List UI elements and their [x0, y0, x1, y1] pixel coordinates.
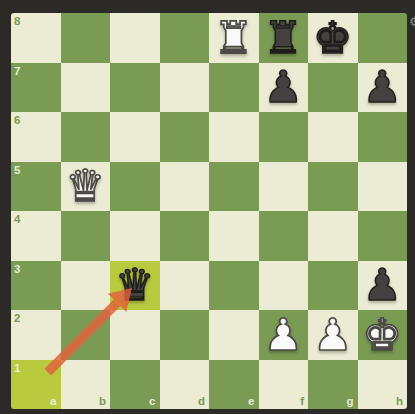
square-e6[interactable]: [209, 112, 259, 162]
piece-bK-g8[interactable]: ♚: [308, 13, 358, 63]
square-f1[interactable]: f: [259, 360, 309, 410]
square-f6[interactable]: [259, 112, 309, 162]
square-c6[interactable]: [110, 112, 160, 162]
piece-bP-h7[interactable]: ♟: [358, 63, 408, 113]
square-c8[interactable]: [110, 13, 160, 63]
file-label-f: f: [300, 396, 304, 408]
piece-bR-f8[interactable]: ♜: [259, 13, 309, 63]
square-c5[interactable]: [110, 162, 160, 212]
piece-bQ-c3[interactable]: ♛: [110, 261, 160, 311]
square-g7[interactable]: [308, 63, 358, 113]
square-h6[interactable]: [358, 112, 408, 162]
rank-label-1: 1: [14, 363, 20, 375]
square-e7[interactable]: [209, 63, 259, 113]
square-a7[interactable]: 7: [11, 63, 61, 113]
square-a6[interactable]: 6: [11, 112, 61, 162]
file-label-c: c: [149, 396, 155, 408]
square-d6[interactable]: [160, 112, 210, 162]
square-d8[interactable]: [160, 13, 210, 63]
rank-label-5: 5: [14, 165, 20, 177]
square-d1[interactable]: d: [160, 360, 210, 410]
square-a2[interactable]: 2: [11, 310, 61, 360]
piece-bP-f7[interactable]: ♟: [259, 63, 309, 113]
square-b2[interactable]: [61, 310, 111, 360]
piece-wQ-b5[interactable]: ♛: [61, 162, 111, 212]
rank-label-8: 8: [14, 16, 20, 28]
rank-label-4: 4: [14, 214, 20, 226]
piece-wP-f2[interactable]: ♟: [259, 310, 309, 360]
square-a1[interactable]: 1a: [11, 360, 61, 410]
settings-icon[interactable]: ⚙: [409, 14, 415, 29]
square-a3[interactable]: 3: [11, 261, 61, 311]
square-a5[interactable]: 5: [11, 162, 61, 212]
square-b4[interactable]: [61, 211, 111, 261]
rank-label-3: 3: [14, 264, 20, 276]
square-g6[interactable]: [308, 112, 358, 162]
square-d2[interactable]: [160, 310, 210, 360]
square-b7[interactable]: [61, 63, 111, 113]
square-e3[interactable]: [209, 261, 259, 311]
square-g4[interactable]: [308, 211, 358, 261]
file-label-e: e: [248, 396, 254, 408]
square-g3[interactable]: [308, 261, 358, 311]
piece-wP-g2[interactable]: ♟: [308, 310, 358, 360]
square-b3[interactable]: [61, 261, 111, 311]
piece-bP-h3[interactable]: ♟: [358, 261, 408, 311]
square-e4[interactable]: [209, 211, 259, 261]
square-b8[interactable]: [61, 13, 111, 63]
file-label-b: b: [99, 396, 106, 408]
square-d3[interactable]: [160, 261, 210, 311]
file-label-a: a: [50, 396, 56, 408]
square-a4[interactable]: 4: [11, 211, 61, 261]
square-h8[interactable]: [358, 13, 408, 63]
square-h5[interactable]: [358, 162, 408, 212]
piece-wK-h2[interactable]: ♚: [358, 310, 408, 360]
square-e1[interactable]: e: [209, 360, 259, 410]
square-d4[interactable]: [160, 211, 210, 261]
square-c7[interactable]: [110, 63, 160, 113]
square-c2[interactable]: [110, 310, 160, 360]
rank-label-6: 6: [14, 115, 20, 127]
rank-label-2: 2: [14, 313, 20, 325]
rank-label-7: 7: [14, 66, 20, 78]
square-c4[interactable]: [110, 211, 160, 261]
square-f3[interactable]: [259, 261, 309, 311]
square-e5[interactable]: [209, 162, 259, 212]
square-a8[interactable]: 8: [11, 13, 61, 63]
file-label-d: d: [198, 396, 205, 408]
square-b6[interactable]: [61, 112, 111, 162]
square-e2[interactable]: [209, 310, 259, 360]
file-label-g: g: [346, 396, 353, 408]
square-b1[interactable]: b: [61, 360, 111, 410]
board-frame: 87654321abcdefgh ♜♜♚♟♟♛♛♟♟♟♚ ⚙: [0, 0, 415, 414]
file-label-h: h: [396, 396, 403, 408]
square-d7[interactable]: [160, 63, 210, 113]
square-g5[interactable]: [308, 162, 358, 212]
square-h4[interactable]: [358, 211, 408, 261]
square-f5[interactable]: [259, 162, 309, 212]
square-f4[interactable]: [259, 211, 309, 261]
square-c1[interactable]: c: [110, 360, 160, 410]
square-h1[interactable]: h: [358, 360, 408, 410]
square-d5[interactable]: [160, 162, 210, 212]
piece-wR-e8[interactable]: ♜: [209, 13, 259, 63]
square-g1[interactable]: g: [308, 360, 358, 410]
